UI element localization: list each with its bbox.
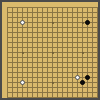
black-stone-Q4 (80, 80, 85, 85)
black-stone-R5 (85, 75, 90, 80)
grid-line-vertical (92, 7, 93, 98)
grid-line-horizontal (7, 87, 98, 88)
grid-line-vertical (97, 7, 98, 98)
grid-line-vertical (42, 7, 43, 98)
grid-line-vertical (17, 7, 18, 98)
grid-line-vertical (32, 7, 33, 98)
grid-line-horizontal (7, 67, 98, 68)
grid-line-horizontal (7, 12, 98, 13)
grid-line-horizontal (7, 97, 98, 98)
grid-line-vertical (12, 7, 13, 98)
grid-line-horizontal (7, 37, 98, 38)
grid-line-horizontal (7, 57, 98, 58)
white-stone-P5 (75, 75, 80, 80)
grid-line-horizontal (7, 7, 98, 8)
hoshi-point-D10 (22, 52, 24, 54)
grid-line-vertical (52, 7, 53, 98)
hoshi-point-K10 (52, 52, 54, 54)
black-stone-R16 (85, 20, 90, 25)
grid-line-horizontal (7, 42, 98, 43)
grid-line-horizontal (7, 17, 98, 18)
white-stone-D16 (20, 20, 25, 25)
hoshi-point-K16 (52, 22, 54, 24)
grid-line-vertical (27, 7, 28, 98)
grid-line-vertical (37, 7, 38, 98)
grid-line-horizontal (7, 47, 98, 48)
grid-line-horizontal (7, 62, 98, 63)
grid-line-vertical (7, 7, 8, 98)
go-board[interactable] (0, 0, 100, 100)
grid-line-horizontal (7, 32, 98, 33)
grid-line-vertical (77, 7, 78, 98)
grid-line-horizontal (7, 92, 98, 93)
grid-line-horizontal (7, 27, 98, 28)
grid-line-horizontal (7, 72, 98, 73)
grid-line-horizontal (7, 52, 98, 53)
white-stone-D4 (20, 80, 25, 85)
hoshi-point-Q16 (82, 22, 84, 24)
grid-line-vertical (57, 7, 58, 98)
grid-line-vertical (62, 7, 63, 98)
hoshi-point-K4 (52, 82, 54, 84)
grid-line-vertical (72, 7, 73, 98)
grid-line-vertical (47, 7, 48, 98)
hoshi-point-Q10 (82, 52, 84, 54)
grid-line-vertical (67, 7, 68, 98)
